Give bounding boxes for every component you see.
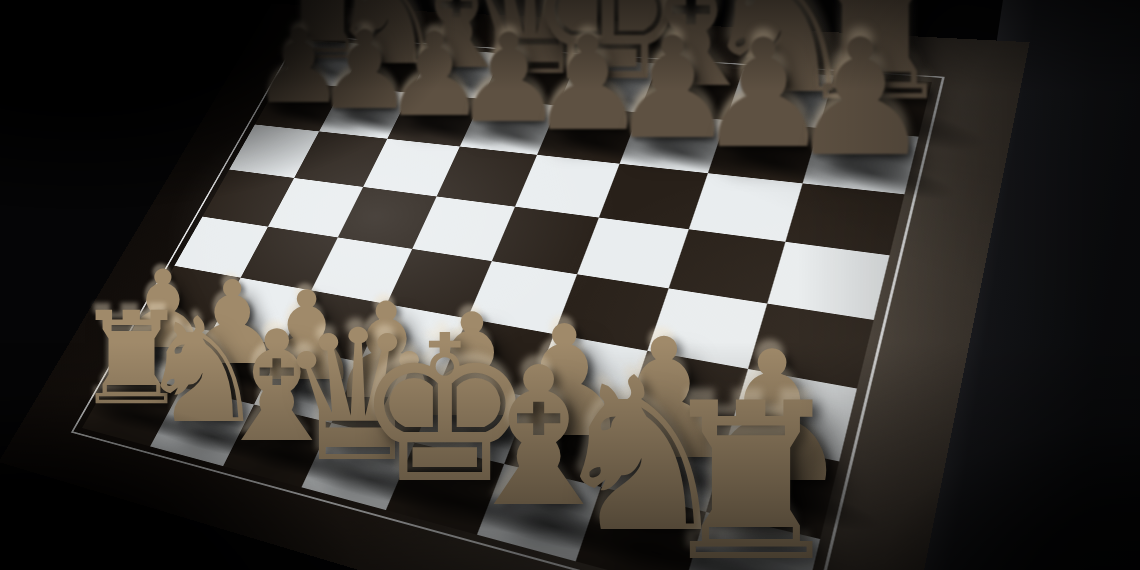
white-rook-icon: ♜ bbox=[654, 374, 849, 570]
pieces-layer: ♜♞♝♛♚♝♞♜♟♟♟♟♟♟♟♟♟♟♟♟♟♟♟♟♜♞♝♛♚♝♞♜ bbox=[0, 0, 1140, 570]
black-pawn-icon: ♟ bbox=[788, 18, 933, 179]
chessboard-photo-scene: ♜♞♝♛♚♝♞♜♟♟♟♟♟♟♟♟♟♟♟♟♟♟♟♟♜♞♝♛♚♝♞♜ bbox=[0, 0, 1140, 570]
